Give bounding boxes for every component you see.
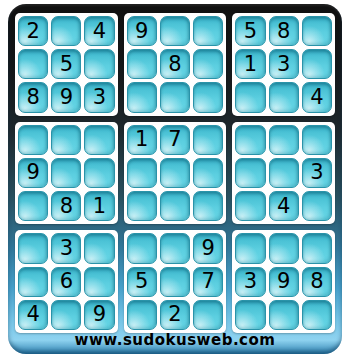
cell-r5c7[interactable] [235, 158, 265, 188]
cell-r3c9: 4 [302, 82, 332, 112]
sudoku-box-9: 398 [232, 230, 335, 333]
cell-r4c3[interactable] [84, 125, 114, 155]
cell-r3c7[interactable] [235, 82, 265, 112]
cell-r7c7[interactable] [235, 233, 265, 263]
cell-r5c4[interactable] [127, 158, 157, 188]
cell-r7c8[interactable] [269, 233, 299, 263]
cell-r3c2: 9 [51, 82, 81, 112]
sudoku-grid: 2458939858134981173436499572398 [15, 13, 335, 333]
cell-r7c4[interactable] [127, 233, 157, 263]
cell-r9c2[interactable] [51, 300, 81, 330]
cell-r3c1: 8 [18, 82, 48, 112]
cell-r3c4[interactable] [127, 82, 157, 112]
cell-r4c5: 7 [160, 125, 190, 155]
cell-r1c3: 4 [84, 16, 114, 46]
sudoku-box-6: 34 [232, 122, 335, 225]
cell-r8c2: 6 [51, 267, 81, 297]
cell-r6c3: 1 [84, 191, 114, 221]
cell-r6c5[interactable] [160, 191, 190, 221]
cell-r1c2[interactable] [51, 16, 81, 46]
cell-r9c8[interactable] [269, 300, 299, 330]
cell-r4c8[interactable] [269, 125, 299, 155]
cell-r4c9[interactable] [302, 125, 332, 155]
sudoku-box-4: 981 [15, 122, 118, 225]
cell-r1c7: 5 [235, 16, 265, 46]
cell-r7c3[interactable] [84, 233, 114, 263]
cell-r8c6: 7 [193, 267, 223, 297]
cell-r2c8: 3 [269, 49, 299, 79]
cell-r9c6[interactable] [193, 300, 223, 330]
cell-r9c4[interactable] [127, 300, 157, 330]
cell-r5c1: 9 [18, 158, 48, 188]
cell-r7c9[interactable] [302, 233, 332, 263]
cell-r9c5: 2 [160, 300, 190, 330]
cell-r8c7: 3 [235, 267, 265, 297]
cell-r3c6[interactable] [193, 82, 223, 112]
cell-r1c6[interactable] [193, 16, 223, 46]
cell-r3c8[interactable] [269, 82, 299, 112]
cell-r9c3: 9 [84, 300, 114, 330]
cell-r5c5[interactable] [160, 158, 190, 188]
cell-r6c4[interactable] [127, 191, 157, 221]
cell-r6c2: 8 [51, 191, 81, 221]
cell-r1c4: 9 [127, 16, 157, 46]
cell-r2c5: 8 [160, 49, 190, 79]
cell-r3c5[interactable] [160, 82, 190, 112]
cell-r8c1[interactable] [18, 267, 48, 297]
cell-r5c3[interactable] [84, 158, 114, 188]
cell-r8c4: 5 [127, 267, 157, 297]
cell-r2c2: 5 [51, 49, 81, 79]
cell-r6c7[interactable] [235, 191, 265, 221]
cell-r8c5[interactable] [160, 267, 190, 297]
cell-r8c9: 8 [302, 267, 332, 297]
cell-r5c6[interactable] [193, 158, 223, 188]
sudoku-box-3: 58134 [232, 13, 335, 116]
cell-r4c1[interactable] [18, 125, 48, 155]
sudoku-box-5: 17 [124, 122, 227, 225]
cell-r4c6[interactable] [193, 125, 223, 155]
cell-r7c2: 3 [51, 233, 81, 263]
cell-r5c8[interactable] [269, 158, 299, 188]
cell-r2c4[interactable] [127, 49, 157, 79]
cell-r3c3: 3 [84, 82, 114, 112]
cell-r6c6[interactable] [193, 191, 223, 221]
cell-r8c3[interactable] [84, 267, 114, 297]
cell-r6c9[interactable] [302, 191, 332, 221]
cell-r9c1: 4 [18, 300, 48, 330]
cell-r2c1[interactable] [18, 49, 48, 79]
cell-r7c5[interactable] [160, 233, 190, 263]
cell-r6c1[interactable] [18, 191, 48, 221]
footer-url[interactable]: www.sudokusweb.com [8, 330, 342, 350]
cell-r4c4: 1 [127, 125, 157, 155]
cell-r1c8: 8 [269, 16, 299, 46]
sudoku-box-8: 9572 [124, 230, 227, 333]
cell-r1c5[interactable] [160, 16, 190, 46]
sudoku-box-1: 245893 [15, 13, 118, 116]
sudoku-board: 2458939858134981173436499572398 www.sudo… [8, 4, 342, 354]
cell-r8c8: 9 [269, 267, 299, 297]
cell-r5c9: 3 [302, 158, 332, 188]
cell-r4c2[interactable] [51, 125, 81, 155]
cell-r2c9[interactable] [302, 49, 332, 79]
cell-r2c7: 1 [235, 49, 265, 79]
cell-r1c9[interactable] [302, 16, 332, 46]
cell-r2c3[interactable] [84, 49, 114, 79]
cell-r2c6[interactable] [193, 49, 223, 79]
cell-r1c1: 2 [18, 16, 48, 46]
cell-r6c8: 4 [269, 191, 299, 221]
cell-r7c6: 9 [193, 233, 223, 263]
cell-r9c7[interactable] [235, 300, 265, 330]
sudoku-box-7: 3649 [15, 230, 118, 333]
cell-r9c9[interactable] [302, 300, 332, 330]
sudoku-box-2: 98 [124, 13, 227, 116]
cell-r5c2[interactable] [51, 158, 81, 188]
cell-r7c1[interactable] [18, 233, 48, 263]
cell-r4c7[interactable] [235, 125, 265, 155]
sudoku-page: 2458939858134981173436499572398 www.sudo… [0, 0, 350, 360]
